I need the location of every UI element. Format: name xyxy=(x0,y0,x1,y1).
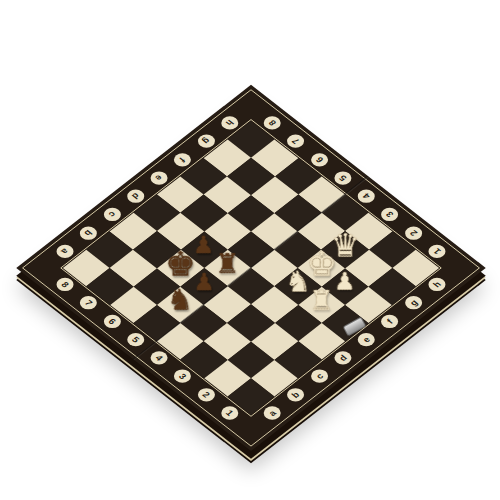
label-circle: 8 xyxy=(260,114,284,133)
label-circle: 4 xyxy=(354,187,378,206)
label-circle: d xyxy=(331,349,355,368)
label-circle: 2 xyxy=(401,224,425,243)
label-circle: b xyxy=(284,385,308,404)
label-circle: 2 xyxy=(194,385,218,404)
label-circle: 6 xyxy=(100,312,124,331)
label-circle: 3 xyxy=(171,367,195,386)
label-circle: e xyxy=(354,330,378,349)
knight-glyph: ♞ xyxy=(167,286,193,315)
label-circle: 7 xyxy=(284,132,308,151)
pawn-glyph: ♟ xyxy=(193,270,215,294)
pawn-glyph: ♟ xyxy=(334,270,356,294)
label-circle: g xyxy=(401,294,425,313)
label-circle: h xyxy=(425,275,449,294)
label-circle: 6 xyxy=(307,150,331,169)
label-circle: a xyxy=(260,404,284,423)
perspective-wrapper: 87654321hhggffeeddccbbaa87654321 ♚♟♞♟♜♚♛… xyxy=(0,55,500,445)
label-circle: f xyxy=(378,312,402,331)
rook-glyph: ♜ xyxy=(309,287,333,314)
king-glyph: ♚ xyxy=(165,247,195,281)
knight-glyph: ♞ xyxy=(285,267,311,296)
label-circle: 1 xyxy=(425,242,449,261)
label-circle: 4 xyxy=(147,349,171,368)
label-circle: 5 xyxy=(124,330,148,349)
product-photo-scene: 87654321hhggffeeddccbbaa87654321 ♚♟♞♟♜♚♛… xyxy=(0,0,500,500)
label-circle: a xyxy=(53,242,77,261)
label-circle: 1 xyxy=(218,404,242,423)
label-circle: f xyxy=(171,150,195,169)
label-circle: 7 xyxy=(77,294,101,313)
label-circle: 3 xyxy=(378,205,402,224)
label-circle: c xyxy=(307,367,331,386)
rook-glyph: ♜ xyxy=(215,250,239,277)
label-circle: 8 xyxy=(53,275,77,294)
pawn-glyph: ♟ xyxy=(193,233,215,257)
label-circle: d xyxy=(124,187,148,206)
label-circle: g xyxy=(194,132,218,151)
chess-board: 87654321hhggffeeddccbbaa87654321 ♚♟♞♟♜♚♛… xyxy=(16,85,486,451)
pieces-layer: ♚♟♞♟♜♚♛♞♜♟ xyxy=(63,121,439,414)
label-circle: 5 xyxy=(331,169,355,188)
